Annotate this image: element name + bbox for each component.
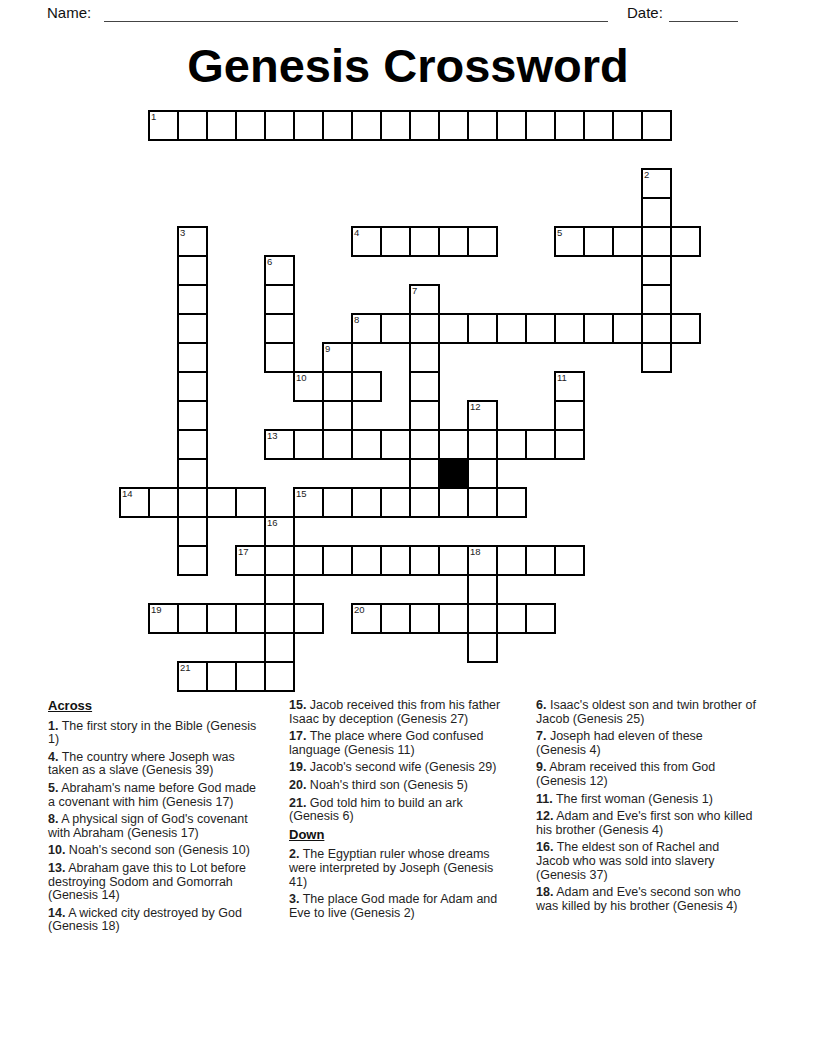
- grid-cell-r9-c2[interactable]: [177, 371, 208, 402]
- clue-across-14: 14. A wicked city destroyed by God (Gene…: [48, 907, 260, 934]
- grid-cell-r10-c7[interactable]: [322, 400, 353, 431]
- grid-cell-r17-c8[interactable]: [351, 603, 382, 634]
- grid-cell-r0-c8[interactable]: [351, 110, 382, 141]
- grid-cell-r12-c2[interactable]: [177, 458, 208, 489]
- grid-cell-r9-c15[interactable]: [554, 371, 585, 402]
- grid-cell-r4-c9[interactable]: [380, 226, 411, 257]
- clue-text: God told him to build an ark (Genesis 6): [289, 796, 463, 824]
- grid-cell-r11-c5[interactable]: [264, 429, 295, 460]
- grid-cell-r15-c7[interactable]: [322, 545, 353, 576]
- grid-cell-r7-c17[interactable]: [612, 313, 643, 344]
- grid-cell-r13-c2[interactable]: [177, 487, 208, 518]
- black-cell-r12-c11: [438, 458, 469, 489]
- grid-cell-r8-c10[interactable]: [409, 342, 440, 373]
- grid-cell-r7-c9[interactable]: [380, 313, 411, 344]
- grid-cell-r17-c6[interactable]: [293, 603, 324, 634]
- clue-across-10: 10. Noah's second son (Genesis 10): [48, 844, 260, 858]
- clue-text: Jacob's second wife (Genesis 29): [306, 760, 496, 774]
- crossword-grid: 123456789101112131415161718192021: [119, 110, 701, 692]
- grid-cell-r13-c8[interactable]: [351, 487, 382, 518]
- grid-cell-r15-c11[interactable]: [438, 545, 469, 576]
- grid-cell-r5-c18[interactable]: [641, 255, 672, 286]
- grid-cell-r13-c3[interactable]: [206, 487, 237, 518]
- clue-text: A wicked city destroyed by God (Genesis …: [48, 906, 242, 934]
- date-label: Date:: [627, 4, 663, 21]
- clue-number-label: 11.: [536, 792, 553, 806]
- grid-cell-r16-c5[interactable]: [264, 574, 295, 605]
- clue-text: Abram received this from God (Genesis 12…: [536, 760, 715, 788]
- page-title: Genesis Crossword: [0, 38, 816, 93]
- grid-cell-r6-c18[interactable]: [641, 284, 672, 315]
- grid-cell-r7-c19[interactable]: [670, 313, 701, 344]
- grid-cell-r13-c13[interactable]: [496, 487, 527, 518]
- clue-text: The Egyptian ruler whose dreams were int…: [289, 847, 493, 888]
- clue-down-7: 7. Joseph had eleven of these (Genesis 4…: [536, 730, 756, 757]
- grid-cell-r0-c10[interactable]: [409, 110, 440, 141]
- grid-cell-r7-c2[interactable]: [177, 313, 208, 344]
- grid-cell-r6-c2[interactable]: [177, 284, 208, 315]
- clue-column-1: Across1. The first story in the Bible (G…: [48, 699, 260, 938]
- clue-text: Abraham gave this to Lot before destroyi…: [48, 861, 246, 902]
- clue-number-label: 6.: [536, 698, 546, 712]
- clue-across-17: 17. The place where God confused languag…: [289, 730, 501, 757]
- grid-cell-r13-c1[interactable]: [148, 487, 179, 518]
- clue-across-1: 1. The first story in the Bible (Genesis…: [48, 720, 260, 747]
- clue-number-label: 12.: [536, 809, 553, 823]
- grid-cell-r11-c9[interactable]: [380, 429, 411, 460]
- grid-cell-r17-c2[interactable]: [177, 603, 208, 634]
- grid-cell-r16-c12[interactable]: [467, 574, 498, 605]
- grid-cell-r12-c10[interactable]: [409, 458, 440, 489]
- date-blank-line[interactable]: [669, 20, 738, 22]
- grid-cell-r0-c13[interactable]: [496, 110, 527, 141]
- grid-cell-r15-c12[interactable]: [467, 545, 498, 576]
- grid-cell-r17-c5[interactable]: [264, 603, 295, 634]
- grid-cell-r17-c14[interactable]: [525, 603, 556, 634]
- grid-cell-r4-c11[interactable]: [438, 226, 469, 257]
- grid-cell-r11-c7[interactable]: [322, 429, 353, 460]
- grid-cell-r17-c3[interactable]: [206, 603, 237, 634]
- clue-number-label: 18.: [536, 885, 553, 899]
- clue-text: A physical sign of God's covenant with A…: [48, 812, 248, 840]
- grid-cell-r8-c7[interactable]: [322, 342, 353, 373]
- grid-cell-r18-c12[interactable]: [467, 632, 498, 663]
- grid-cell-r15-c9[interactable]: [380, 545, 411, 576]
- grid-cell-r4-c10[interactable]: [409, 226, 440, 257]
- clue-across-13: 13. Abraham gave this to Lot before dest…: [48, 862, 260, 903]
- clue-number-label: 13.: [48, 861, 65, 875]
- grid-cell-r10-c2[interactable]: [177, 400, 208, 431]
- clue-down-9: 9. Abram received this from God (Genesis…: [536, 761, 756, 788]
- grid-cell-r13-c9[interactable]: [380, 487, 411, 518]
- clue-across-4: 4. The country where Joseph was taken as…: [48, 751, 260, 778]
- grid-cell-r12-c12[interactable]: [467, 458, 498, 489]
- clue-text: Isaac's oldest son and twin brother of J…: [536, 698, 756, 726]
- clue-text: The eldest son of Rachel and Jacob who w…: [536, 840, 719, 881]
- grid-cell-r4-c19[interactable]: [670, 226, 701, 257]
- grid-cell-r17-c1[interactable]: [148, 603, 179, 634]
- clue-number-label: 5.: [48, 781, 58, 795]
- grid-cell-r15-c6[interactable]: [293, 545, 324, 576]
- clue-text: The place where God confused language (G…: [289, 729, 483, 757]
- grid-cell-r14-c2[interactable]: [177, 516, 208, 547]
- clue-number-label: 2.: [289, 847, 299, 861]
- clue-number-label: 3.: [289, 892, 299, 906]
- grid-cell-r11-c8[interactable]: [351, 429, 382, 460]
- grid-cell-r11-c15[interactable]: [554, 429, 585, 460]
- grid-cell-r11-c2[interactable]: [177, 429, 208, 460]
- grid-cell-r5-c5[interactable]: [264, 255, 295, 286]
- clue-across-20: 20. Noah's third son (Genesis 5): [289, 779, 501, 793]
- grid-cell-r7-c11[interactable]: [438, 313, 469, 344]
- grid-cell-r4-c12[interactable]: [467, 226, 498, 257]
- grid-cell-r9-c7[interactable]: [322, 371, 353, 402]
- grid-cell-r2-c18[interactable]: [641, 168, 672, 199]
- grid-cell-r17-c11[interactable]: [438, 603, 469, 634]
- grid-cell-r6-c10[interactable]: [409, 284, 440, 315]
- grid-cell-r11-c12[interactable]: [467, 429, 498, 460]
- clue-number-label: 16.: [536, 840, 553, 854]
- clue-across-15: 15. Jacob received this from his father …: [289, 699, 501, 726]
- clue-text: Noah's second son (Genesis 10): [65, 843, 249, 857]
- clue-text: The first story in the Bible (Genesis 1): [48, 719, 256, 747]
- grid-cell-r4-c18[interactable]: [641, 226, 672, 257]
- grid-cell-r4-c2[interactable]: [177, 226, 208, 257]
- clue-number-label: 19.: [289, 760, 306, 774]
- clue-text: The first woman (Genesis 1): [553, 792, 713, 806]
- clue-down-12: 12. Adam and Eve's first son who killed …: [536, 810, 756, 837]
- grid-cell-r0-c2[interactable]: [177, 110, 208, 141]
- grid-cell-r13-c4[interactable]: [235, 487, 266, 518]
- grid-cell-r13-c11[interactable]: [438, 487, 469, 518]
- grid-cell-r19-c3[interactable]: [206, 661, 237, 692]
- grid-cell-r6-c5[interactable]: [264, 284, 295, 315]
- clue-text: Abraham's name before God made a covenan…: [48, 781, 256, 809]
- grid-cell-r17-c9[interactable]: [380, 603, 411, 634]
- grid-cell-r15-c5[interactable]: [264, 545, 295, 576]
- clue-across-5: 5. Abraham's name before God made a cove…: [48, 782, 260, 809]
- grid-cell-r0-c1[interactable]: [148, 110, 179, 141]
- grid-cell-r10-c10[interactable]: [409, 400, 440, 431]
- grid-cell-r11-c14[interactable]: [525, 429, 556, 460]
- clue-text: Joseph had eleven of these (Genesis 4): [536, 729, 703, 757]
- grid-cell-r19-c2[interactable]: [177, 661, 208, 692]
- grid-cell-r15-c8[interactable]: [351, 545, 382, 576]
- grid-cell-r0-c4[interactable]: [235, 110, 266, 141]
- clue-number-label: 4.: [48, 750, 58, 764]
- clue-number-label: 20.: [289, 778, 306, 792]
- grid-cell-r8-c18[interactable]: [641, 342, 672, 373]
- grid-cell-r9-c8[interactable]: [351, 371, 382, 402]
- grid-cell-r0-c6[interactable]: [293, 110, 324, 141]
- grid-cell-r13-c0[interactable]: [119, 487, 150, 518]
- clue-down-18: 18. Adam and Eve's second son who was ki…: [536, 886, 756, 913]
- down-header: Down: [289, 828, 501, 842]
- grid-cell-r4-c15[interactable]: [554, 226, 585, 257]
- worksheet-page: { "header": { "name_label": "Name:", "da…: [0, 0, 816, 1056]
- grid-cell-r0-c14[interactable]: [525, 110, 556, 141]
- grid-cell-r11-c10[interactable]: [409, 429, 440, 460]
- name-label: Name:: [47, 4, 91, 21]
- clue-text: Adam and Eve's second son who was killed…: [536, 885, 741, 913]
- grid-cell-r13-c12[interactable]: [467, 487, 498, 518]
- grid-cell-r15-c13[interactable]: [496, 545, 527, 576]
- clue-down-6: 6. Isaac's oldest son and twin brother o…: [536, 699, 756, 726]
- clue-number-label: 21.: [289, 796, 306, 810]
- clue-down-3: 3. The place God made for Adam and Eve t…: [289, 893, 501, 920]
- grid-cell-r0-c12[interactable]: [467, 110, 498, 141]
- grid-cell-r17-c10[interactable]: [409, 603, 440, 634]
- grid-cell-r0-c18[interactable]: [641, 110, 672, 141]
- grid-cell-r0-c17[interactable]: [612, 110, 643, 141]
- clue-number-label: 9.: [536, 760, 546, 774]
- clue-across-21: 21. God told him to build an ark (Genesi…: [289, 797, 501, 824]
- grid-cell-r15-c4[interactable]: [235, 545, 266, 576]
- grid-cell-r3-c18[interactable]: [641, 197, 672, 228]
- clue-across-8: 8. A physical sign of God's covenant wit…: [48, 813, 260, 840]
- grid-cell-r7-c13[interactable]: [496, 313, 527, 344]
- grid-cell-r9-c6[interactable]: [293, 371, 324, 402]
- grid-cell-r8-c5[interactable]: [264, 342, 295, 373]
- grid-cell-r11-c11[interactable]: [438, 429, 469, 460]
- clue-down-16: 16. The eldest son of Rachel and Jacob w…: [536, 841, 756, 882]
- clue-across-19: 19. Jacob's second wife (Genesis 29): [289, 761, 501, 775]
- clue-text: Noah's third son (Genesis 5): [306, 778, 468, 792]
- grid-cell-r0-c5[interactable]: [264, 110, 295, 141]
- grid-cell-r0-c9[interactable]: [380, 110, 411, 141]
- clue-number-label: 8.: [48, 812, 58, 826]
- grid-cell-r0-c15[interactable]: [554, 110, 585, 141]
- clue-number-label: 7.: [536, 729, 546, 743]
- grid-cell-r8-c2[interactable]: [177, 342, 208, 373]
- grid-cell-r9-c10[interactable]: [409, 371, 440, 402]
- grid-cell-r19-c5[interactable]: [264, 661, 295, 692]
- grid-cell-r7-c16[interactable]: [583, 313, 614, 344]
- clue-number-label: 10.: [48, 843, 65, 857]
- grid-cell-r7-c8[interactable]: [351, 313, 382, 344]
- clue-number-label: 14.: [48, 906, 65, 920]
- grid-cell-r17-c13[interactable]: [496, 603, 527, 634]
- grid-cell-r15-c2[interactable]: [177, 545, 208, 576]
- grid-cell-r0-c11[interactable]: [438, 110, 469, 141]
- grid-cell-r11-c13[interactable]: [496, 429, 527, 460]
- clue-text: The country where Joseph was taken as a …: [48, 750, 235, 778]
- grid-cell-r4-c8[interactable]: [351, 226, 382, 257]
- grid-cell-r7-c15[interactable]: [554, 313, 585, 344]
- grid-cell-r4-c17[interactable]: [612, 226, 643, 257]
- grid-cell-r17-c4[interactable]: [235, 603, 266, 634]
- grid-cell-r7-c5[interactable]: [264, 313, 295, 344]
- clue-text: The place God made for Adam and Eve to l…: [289, 892, 497, 920]
- grid-cell-r7-c10[interactable]: [409, 313, 440, 344]
- clue-text: Jacob received this from his father Isaa…: [289, 698, 500, 726]
- grid-cell-r14-c5[interactable]: [264, 516, 295, 547]
- clue-down-2: 2. The Egyptian ruler whose dreams were …: [289, 848, 501, 889]
- grid-cell-r11-c6[interactable]: [293, 429, 324, 460]
- grid-cell-r7-c14[interactable]: [525, 313, 556, 344]
- grid-cell-r4-c16[interactable]: [583, 226, 614, 257]
- clue-number-label: 1.: [48, 719, 58, 733]
- clue-column-2: 15. Jacob received this from his father …: [289, 699, 501, 924]
- grid-cell-r0-c7[interactable]: [322, 110, 353, 141]
- grid-cell-r17-c12[interactable]: [467, 603, 498, 634]
- grid-cell-r0-c16[interactable]: [583, 110, 614, 141]
- grid-cell-r10-c12[interactable]: [467, 400, 498, 431]
- grid-cell-r7-c18[interactable]: [641, 313, 672, 344]
- grid-cell-r10-c15[interactable]: [554, 400, 585, 431]
- clue-number-label: 17.: [289, 729, 306, 743]
- grid-cell-r19-c4[interactable]: [235, 661, 266, 692]
- grid-cell-r7-c12[interactable]: [467, 313, 498, 344]
- grid-cell-r13-c7[interactable]: [322, 487, 353, 518]
- across-header: Across: [48, 699, 260, 713]
- clue-column-3: 6. Isaac's oldest son and twin brother o…: [536, 699, 756, 917]
- grid-cell-r13-c10[interactable]: [409, 487, 440, 518]
- grid-cell-r15-c14[interactable]: [525, 545, 556, 576]
- grid-cell-r15-c10[interactable]: [409, 545, 440, 576]
- name-blank-line[interactable]: [104, 20, 608, 22]
- clue-text: Adam and Eve's first son who killed his …: [536, 809, 752, 837]
- grid-cell-r5-c2[interactable]: [177, 255, 208, 286]
- grid-cell-r18-c5[interactable]: [264, 632, 295, 663]
- grid-cell-r0-c3[interactable]: [206, 110, 237, 141]
- grid-cell-r15-c15[interactable]: [554, 545, 585, 576]
- clue-number-label: 15.: [289, 698, 306, 712]
- clue-down-11: 11. The first woman (Genesis 1): [536, 793, 756, 807]
- grid-cell-r13-c6[interactable]: [293, 487, 324, 518]
